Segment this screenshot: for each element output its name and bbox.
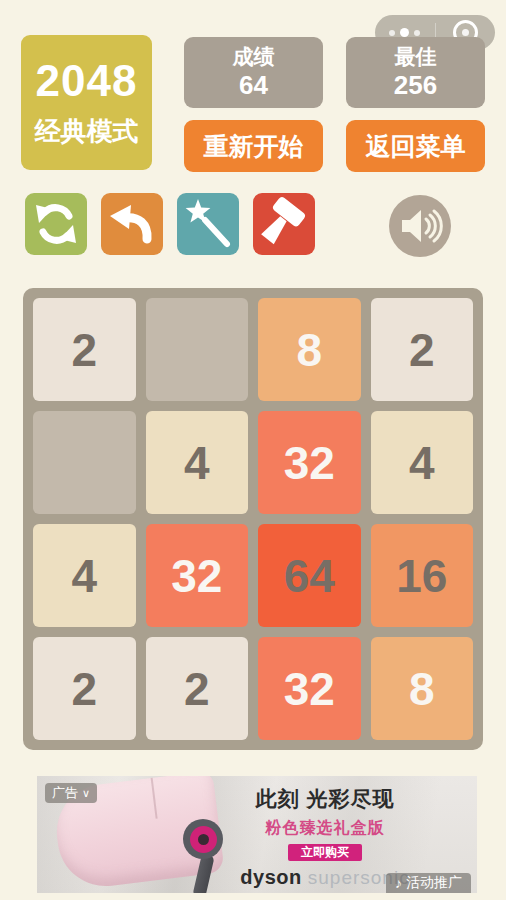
tile-r1c3: 8 <box>258 298 361 401</box>
score-value: 64 <box>239 70 268 101</box>
mode-label: 经典模式 <box>35 114 139 149</box>
best-label: 最佳 <box>395 44 437 69</box>
tile-r4c2: 2 <box>146 637 249 740</box>
tile-r3c2: 32 <box>146 524 249 627</box>
ad-headline: 此刻 光彩尽现 <box>256 785 395 813</box>
menu-dots-icon <box>400 28 409 37</box>
tile-r3c4: 16 <box>371 524 474 627</box>
tile-r1c1: 2 <box>33 298 136 401</box>
back-to-menu-button[interactable]: 返回菜单 <box>346 120 485 172</box>
best-value: 256 <box>394 70 437 101</box>
best-card: 最佳 256 <box>346 37 485 108</box>
menu-dots-icon <box>414 30 420 36</box>
ad-hairdryer-head <box>183 819 223 859</box>
promo-badge-label: 活动推广 <box>406 874 462 892</box>
board-grid[interactable]: 2 8 2 4 32 4 4 32 64 16 2 2 32 8 <box>23 288 483 750</box>
tile-r4c3: 32 <box>258 637 361 740</box>
undo-icon <box>101 193 163 255</box>
tile-r3c1: 4 <box>33 524 136 627</box>
ad-label: 广告 <box>52 784 78 802</box>
hammer-button[interactable] <box>253 193 315 255</box>
refresh-button[interactable] <box>25 193 87 255</box>
app-title: 2048 <box>36 56 138 106</box>
sound-toggle-button[interactable] <box>388 194 452 258</box>
brand-name: dyson <box>240 866 301 889</box>
score-card: 成绩 64 <box>184 37 323 108</box>
menu-dots-icon <box>389 30 395 36</box>
ad-subheadline: 粉色臻选礼盒版 <box>266 818 385 839</box>
tile-r4c1: 2 <box>33 637 136 740</box>
music-note-icon: ♪ <box>395 875 402 891</box>
ad-cta-button[interactable]: 立即购买 <box>288 844 362 861</box>
chevron-down-icon: ∨ <box>82 787 90 800</box>
tile-r4c4: 8 <box>371 637 474 740</box>
tile-r2c2: 4 <box>146 411 249 514</box>
tile-r1c4: 2 <box>371 298 474 401</box>
speaker-icon <box>388 194 452 258</box>
game-screen: 2048 经典模式 成绩 64 最佳 256 重新开始 返回菜单 <box>0 0 506 900</box>
tile-r2c3: 32 <box>258 411 361 514</box>
undo-button[interactable] <box>101 193 163 255</box>
empty-cell-r2c1 <box>33 411 136 514</box>
empty-cell-r1c2 <box>146 298 249 401</box>
tile-r2c4: 4 <box>371 411 474 514</box>
ad-banner[interactable]: 此刻 光彩尽现 粉色臻选礼盒版 立即购买 dyson supersonic 广告… <box>37 776 477 893</box>
magic-wand-icon <box>177 193 239 255</box>
magic-wand-button[interactable] <box>177 193 239 255</box>
hammer-icon <box>253 193 315 255</box>
tile-r3c3: 64 <box>258 524 361 627</box>
title-card: 2048 经典模式 <box>21 35 152 170</box>
score-label: 成绩 <box>233 44 275 69</box>
promo-badge[interactable]: ♪ 活动推广 <box>386 873 471 893</box>
restart-button[interactable]: 重新开始 <box>184 120 323 172</box>
ad-label-chip[interactable]: 广告 ∨ <box>45 783 97 803</box>
refresh-icon <box>25 193 87 255</box>
ad-brand: dyson supersonic <box>240 866 409 889</box>
